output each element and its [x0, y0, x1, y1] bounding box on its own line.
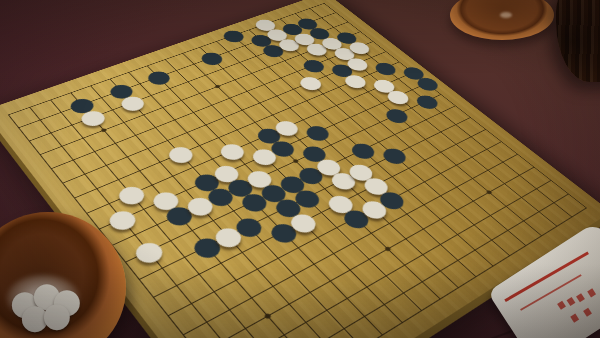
packet-red-text-mark — [567, 297, 576, 306]
packet-red-text-mark — [570, 314, 579, 323]
lid-glint-highlight — [500, 12, 512, 18]
captured-white-stones: ●●●●● — [2, 268, 92, 330]
dark-go-bowl[interactable] — [556, 0, 600, 82]
packet-red-text-mark — [583, 308, 592, 317]
photo-canvas: ●●●●●●●●●●●●●●●●●●●●●●●●●●●●●●●●●●●●●●●●… — [0, 0, 600, 338]
packet-red-text-mark — [587, 288, 596, 297]
packet-red-text-mark — [576, 293, 585, 302]
packet-red-stripe — [520, 274, 582, 311]
packet-red-text-mark — [557, 301, 566, 310]
bowl-lid-top-right[interactable] — [450, 0, 554, 40]
white-stone: ● — [42, 294, 72, 334]
